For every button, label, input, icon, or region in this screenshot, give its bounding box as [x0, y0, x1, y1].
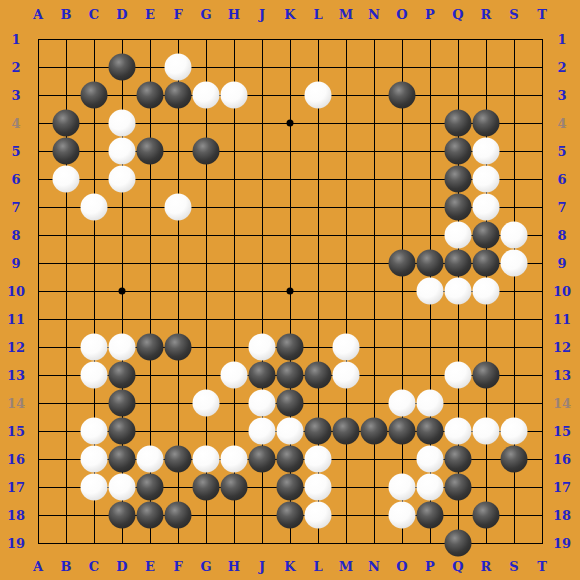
- coord-label-top-Q: Q: [452, 8, 463, 21]
- coord-label-right-8: 8: [557, 229, 566, 242]
- stone-black-R9: [473, 250, 500, 277]
- stone-white-C13: [81, 362, 108, 389]
- coord-label-left-4: 4: [11, 117, 20, 130]
- coord-label-bottom-M: M: [339, 560, 353, 573]
- hoshi-K4: [287, 120, 294, 127]
- coord-label-right-9: 9: [557, 257, 566, 270]
- coord-label-top-A: A: [33, 8, 43, 21]
- stone-black-Q19: [445, 530, 472, 557]
- coord-label-left-1: 1: [11, 33, 20, 46]
- coord-label-bottom-H: H: [228, 560, 240, 573]
- stone-white-R15: [473, 418, 500, 445]
- stone-black-Q7: [445, 194, 472, 221]
- stone-black-D14: [109, 390, 136, 417]
- stone-white-H16: [221, 446, 248, 473]
- stone-white-S9: [501, 250, 528, 277]
- stone-white-J15: [249, 418, 276, 445]
- coord-label-right-3: 3: [557, 89, 566, 102]
- coord-label-right-6: 6: [557, 173, 566, 186]
- stone-white-Q15: [445, 418, 472, 445]
- stone-white-H3: [221, 82, 248, 109]
- stone-black-E17: [137, 474, 164, 501]
- stone-black-K13: [277, 362, 304, 389]
- stone-black-Q17: [445, 474, 472, 501]
- coord-label-bottom-S: S: [509, 560, 518, 573]
- coord-label-left-8: 8: [11, 229, 20, 242]
- stone-black-Q16: [445, 446, 472, 473]
- coord-label-right-17: 17: [553, 481, 571, 494]
- stone-white-J14: [249, 390, 276, 417]
- coord-label-top-J: J: [259, 8, 265, 21]
- stone-white-M13: [333, 362, 360, 389]
- go-client-screen: AA11BB22CC33DD44EE55FF66GG77HH88JJ99KK10…: [0, 0, 580, 580]
- go-board[interactable]: AA11BB22CC33DD44EE55FF66GG77HH88JJ99KK10…: [0, 0, 580, 580]
- coord-label-bottom-N: N: [368, 560, 380, 573]
- stone-black-S16: [501, 446, 528, 473]
- stone-black-F3: [165, 82, 192, 109]
- stone-white-E16: [137, 446, 164, 473]
- coord-label-bottom-C: C: [89, 560, 99, 573]
- stone-black-D18: [109, 502, 136, 529]
- stone-white-S8: [501, 222, 528, 249]
- stone-white-C17: [81, 474, 108, 501]
- stone-black-O9: [389, 250, 416, 277]
- stone-white-Q13: [445, 362, 472, 389]
- coord-label-right-19: 19: [553, 537, 571, 550]
- coord-label-right-18: 18: [553, 509, 571, 522]
- hoshi-D10: [119, 288, 126, 295]
- stone-white-C16: [81, 446, 108, 473]
- coord-label-right-15: 15: [553, 425, 571, 438]
- coord-label-bottom-K: K: [284, 560, 295, 573]
- coord-label-bottom-G: G: [200, 560, 211, 573]
- stone-white-D4: [109, 110, 136, 137]
- stone-white-P17: [417, 474, 444, 501]
- stone-black-H17: [221, 474, 248, 501]
- stone-white-P10: [417, 278, 444, 305]
- coord-label-top-E: E: [145, 8, 155, 21]
- coord-label-left-5: 5: [11, 145, 20, 158]
- stone-black-N15: [361, 418, 388, 445]
- stone-white-C7: [81, 194, 108, 221]
- coord-label-left-7: 7: [11, 201, 20, 214]
- grid-line-vertical: [402, 39, 403, 544]
- stone-black-R4: [473, 110, 500, 137]
- stone-white-L3: [305, 82, 332, 109]
- stone-white-Q10: [445, 278, 472, 305]
- coord-label-top-S: S: [509, 8, 518, 21]
- stone-white-C12: [81, 334, 108, 361]
- coord-label-bottom-Q: Q: [452, 560, 463, 573]
- stone-white-S15: [501, 418, 528, 445]
- stone-white-R10: [473, 278, 500, 305]
- coord-label-left-13: 13: [7, 369, 25, 382]
- stone-white-Q8: [445, 222, 472, 249]
- stone-black-K16: [277, 446, 304, 473]
- stone-white-L18: [305, 502, 332, 529]
- coord-label-left-14: 14: [7, 397, 25, 410]
- stone-white-G14: [193, 390, 220, 417]
- stone-black-J16: [249, 446, 276, 473]
- stone-black-F12: [165, 334, 192, 361]
- stone-white-F2: [165, 54, 192, 81]
- stone-black-G5: [193, 138, 220, 165]
- stone-white-D17: [109, 474, 136, 501]
- coord-label-right-5: 5: [557, 145, 566, 158]
- stone-black-E12: [137, 334, 164, 361]
- coord-label-top-T: T: [537, 8, 547, 21]
- coord-label-top-F: F: [173, 8, 182, 21]
- stone-white-G16: [193, 446, 220, 473]
- stone-white-D6: [109, 166, 136, 193]
- stone-white-O18: [389, 502, 416, 529]
- stone-black-Q6: [445, 166, 472, 193]
- stone-black-C3: [81, 82, 108, 109]
- stone-black-E3: [137, 82, 164, 109]
- stone-black-K17: [277, 474, 304, 501]
- coord-label-bottom-J: J: [259, 560, 265, 573]
- stone-white-L17: [305, 474, 332, 501]
- grid-line-horizontal: [38, 319, 543, 320]
- coord-label-top-R: R: [481, 8, 492, 21]
- stone-black-D15: [109, 418, 136, 445]
- stone-white-R5: [473, 138, 500, 165]
- coord-label-left-15: 15: [7, 425, 25, 438]
- coord-label-left-9: 9: [11, 257, 20, 270]
- stone-white-L16: [305, 446, 332, 473]
- stone-white-B6: [53, 166, 80, 193]
- stone-black-R8: [473, 222, 500, 249]
- coord-label-bottom-P: P: [425, 560, 435, 573]
- stone-white-M12: [333, 334, 360, 361]
- stone-black-Q4: [445, 110, 472, 137]
- stone-black-D13: [109, 362, 136, 389]
- stone-white-K15: [277, 418, 304, 445]
- coord-label-right-13: 13: [553, 369, 571, 382]
- stone-white-D5: [109, 138, 136, 165]
- coord-label-bottom-A: A: [33, 560, 43, 573]
- coord-label-bottom-D: D: [116, 560, 127, 573]
- coord-label-bottom-O: O: [396, 560, 407, 573]
- coord-label-bottom-F: F: [173, 560, 182, 573]
- stone-black-E5: [137, 138, 164, 165]
- coord-label-top-G: G: [200, 8, 211, 21]
- stone-black-G17: [193, 474, 220, 501]
- coord-label-top-M: M: [339, 8, 353, 21]
- coord-label-right-11: 11: [553, 313, 571, 326]
- grid-line-vertical: [374, 39, 375, 544]
- stone-black-B4: [53, 110, 80, 137]
- stone-white-R7: [473, 194, 500, 221]
- stone-black-K14: [277, 390, 304, 417]
- stone-black-R18: [473, 502, 500, 529]
- stone-white-O14: [389, 390, 416, 417]
- coord-label-top-K: K: [284, 8, 295, 21]
- coord-label-left-10: 10: [7, 285, 25, 298]
- stone-white-H13: [221, 362, 248, 389]
- coord-label-left-18: 18: [7, 509, 25, 522]
- coord-label-left-6: 6: [11, 173, 20, 186]
- coord-label-right-12: 12: [553, 341, 571, 354]
- stone-black-K12: [277, 334, 304, 361]
- coord-label-left-16: 16: [7, 453, 25, 466]
- coord-label-right-10: 10: [553, 285, 571, 298]
- coord-label-right-7: 7: [557, 201, 566, 214]
- stone-white-P14: [417, 390, 444, 417]
- stone-black-P18: [417, 502, 444, 529]
- stone-black-D16: [109, 446, 136, 473]
- stone-black-F18: [165, 502, 192, 529]
- coord-label-bottom-E: E: [145, 560, 155, 573]
- stone-black-L15: [305, 418, 332, 445]
- coord-label-right-14: 14: [553, 397, 571, 410]
- stone-white-F7: [165, 194, 192, 221]
- stone-black-L13: [305, 362, 332, 389]
- stone-black-Q5: [445, 138, 472, 165]
- grid-line-vertical: [542, 39, 543, 544]
- grid-line-vertical: [346, 39, 347, 544]
- stone-white-J12: [249, 334, 276, 361]
- stone-black-J13: [249, 362, 276, 389]
- stone-black-D2: [109, 54, 136, 81]
- stone-black-O15: [389, 418, 416, 445]
- coord-label-top-O: O: [396, 8, 407, 21]
- stone-black-P9: [417, 250, 444, 277]
- stone-black-M15: [333, 418, 360, 445]
- coord-label-right-16: 16: [553, 453, 571, 466]
- stone-black-Q9: [445, 250, 472, 277]
- coord-label-bottom-B: B: [61, 560, 72, 573]
- coord-label-top-D: D: [116, 8, 127, 21]
- coord-label-right-2: 2: [557, 61, 566, 74]
- coord-label-left-12: 12: [7, 341, 25, 354]
- stone-black-O3: [389, 82, 416, 109]
- stone-black-B5: [53, 138, 80, 165]
- coord-label-right-1: 1: [557, 33, 566, 46]
- coord-label-top-P: P: [425, 8, 435, 21]
- stone-black-E18: [137, 502, 164, 529]
- stone-white-P16: [417, 446, 444, 473]
- stone-black-F16: [165, 446, 192, 473]
- stone-black-K18: [277, 502, 304, 529]
- coord-label-top-C: C: [89, 8, 99, 21]
- stone-white-R6: [473, 166, 500, 193]
- stone-black-R13: [473, 362, 500, 389]
- stone-black-P15: [417, 418, 444, 445]
- stone-white-D12: [109, 334, 136, 361]
- coord-label-top-H: H: [228, 8, 240, 21]
- coord-label-top-B: B: [61, 8, 72, 21]
- coord-label-right-4: 4: [557, 117, 566, 130]
- coord-label-left-2: 2: [11, 61, 20, 74]
- stone-white-O17: [389, 474, 416, 501]
- coord-label-top-N: N: [368, 8, 380, 21]
- coord-label-left-19: 19: [7, 537, 25, 550]
- coord-label-left-3: 3: [11, 89, 20, 102]
- coord-label-left-11: 11: [7, 313, 25, 326]
- coord-label-bottom-R: R: [481, 560, 492, 573]
- hoshi-K10: [287, 288, 294, 295]
- coord-label-bottom-L: L: [313, 560, 322, 573]
- coord-label-top-L: L: [313, 8, 322, 21]
- stone-white-C15: [81, 418, 108, 445]
- stone-white-G3: [193, 82, 220, 109]
- coord-label-left-17: 17: [7, 481, 25, 494]
- coord-label-bottom-T: T: [537, 560, 547, 573]
